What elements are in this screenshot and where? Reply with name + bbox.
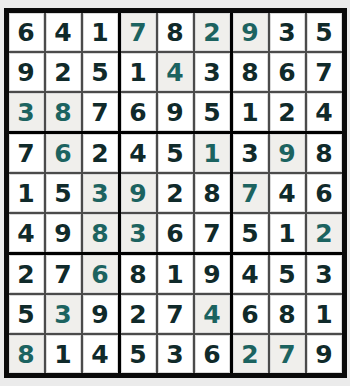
cell-r4c7[interactable]: 3: [233, 134, 268, 172]
cell-r6c9[interactable]: 2: [307, 214, 342, 252]
cell-r6c8[interactable]: 1: [270, 214, 305, 252]
cell-r5c4[interactable]: 9: [121, 174, 156, 212]
page: 6419253877821436959358671247621534984519…: [0, 0, 350, 386]
cell-r1c4[interactable]: 7: [121, 13, 156, 51]
cell-r7c6[interactable]: 9: [195, 255, 230, 293]
cell-r7c2[interactable]: 7: [46, 255, 81, 293]
cell-r3c5[interactable]: 9: [158, 93, 193, 131]
cell-r6c6[interactable]: 7: [195, 214, 230, 252]
cell-r7c7[interactable]: 4: [233, 255, 268, 293]
cell-r9c9[interactable]: 9: [307, 335, 342, 373]
cell-r3c4[interactable]: 6: [121, 93, 156, 131]
cell-r4c4[interactable]: 4: [121, 134, 156, 172]
cell-r9c5[interactable]: 3: [158, 335, 193, 373]
cell-r2c6[interactable]: 3: [195, 53, 230, 91]
cell-r4c5[interactable]: 5: [158, 134, 193, 172]
cell-r2c2[interactable]: 2: [46, 53, 81, 91]
cell-r8c3[interactable]: 9: [83, 295, 118, 333]
box-5: 451928367: [121, 134, 230, 252]
cell-r2c9[interactable]: 7: [307, 53, 342, 91]
cell-r4c3[interactable]: 2: [83, 134, 118, 172]
cell-r7c3[interactable]: 6: [83, 255, 118, 293]
cell-r5c8[interactable]: 4: [270, 174, 305, 212]
cell-r9c6[interactable]: 6: [195, 335, 230, 373]
cell-r3c2[interactable]: 8: [46, 93, 81, 131]
cell-r9c3[interactable]: 4: [83, 335, 118, 373]
cell-r2c3[interactable]: 5: [83, 53, 118, 91]
cell-r5c2[interactable]: 5: [46, 174, 81, 212]
cell-r1c2[interactable]: 4: [46, 13, 81, 51]
cell-r1c7[interactable]: 9: [233, 13, 268, 51]
cell-r7c9[interactable]: 3: [307, 255, 342, 293]
cell-r5c1[interactable]: 1: [9, 174, 44, 212]
cell-r9c7[interactable]: 2: [233, 335, 268, 373]
cell-r1c5[interactable]: 8: [158, 13, 193, 51]
cell-r5c9[interactable]: 6: [307, 174, 342, 212]
cell-r1c9[interactable]: 5: [307, 13, 342, 51]
cell-r2c1[interactable]: 9: [9, 53, 44, 91]
cell-r8c5[interactable]: 7: [158, 295, 193, 333]
box-3: 935867124: [233, 13, 342, 131]
box-9: 453681279: [233, 255, 342, 373]
cell-r1c8[interactable]: 3: [270, 13, 305, 51]
cell-r8c2[interactable]: 3: [46, 295, 81, 333]
cell-r7c8[interactable]: 5: [270, 255, 305, 293]
box-1: 641925387: [9, 13, 118, 131]
box-8: 819274536: [121, 255, 230, 373]
cell-r3c3[interactable]: 7: [83, 93, 118, 131]
cell-r4c6[interactable]: 1: [195, 134, 230, 172]
cell-r6c4[interactable]: 3: [121, 214, 156, 252]
cell-r2c7[interactable]: 8: [233, 53, 268, 91]
cell-r5c3[interactable]: 3: [83, 174, 118, 212]
cell-r5c7[interactable]: 7: [233, 174, 268, 212]
cell-r6c1[interactable]: 4: [9, 214, 44, 252]
sudoku-board: 6419253877821436959358671247621534984519…: [4, 8, 347, 378]
cell-r1c1[interactable]: 6: [9, 13, 44, 51]
cell-r6c2[interactable]: 9: [46, 214, 81, 252]
cell-r4c9[interactable]: 8: [307, 134, 342, 172]
box-4: 762153498: [9, 134, 118, 252]
cell-r3c7[interactable]: 1: [233, 93, 268, 131]
cell-r8c4[interactable]: 2: [121, 295, 156, 333]
cell-r8c6[interactable]: 4: [195, 295, 230, 333]
cell-r2c4[interactable]: 1: [121, 53, 156, 91]
cell-r9c8[interactable]: 7: [270, 335, 305, 373]
cell-r7c5[interactable]: 1: [158, 255, 193, 293]
cell-r6c5[interactable]: 6: [158, 214, 193, 252]
cell-r8c8[interactable]: 8: [270, 295, 305, 333]
cell-r8c7[interactable]: 6: [233, 295, 268, 333]
cell-r7c4[interactable]: 8: [121, 255, 156, 293]
cell-r1c3[interactable]: 1: [83, 13, 118, 51]
cell-r2c5[interactable]: 4: [158, 53, 193, 91]
cell-r3c6[interactable]: 5: [195, 93, 230, 131]
box-7: 276539814: [9, 255, 118, 373]
cell-r1c6[interactable]: 2: [195, 13, 230, 51]
cell-r3c9[interactable]: 4: [307, 93, 342, 131]
cell-r3c1[interactable]: 3: [9, 93, 44, 131]
cell-r5c6[interactable]: 8: [195, 174, 230, 212]
cell-r9c1[interactable]: 8: [9, 335, 44, 373]
cell-r4c2[interactable]: 6: [46, 134, 81, 172]
cell-r8c1[interactable]: 5: [9, 295, 44, 333]
cell-r3c8[interactable]: 2: [270, 93, 305, 131]
box-6: 398746512: [233, 134, 342, 252]
cell-r4c8[interactable]: 9: [270, 134, 305, 172]
cell-r6c7[interactable]: 5: [233, 214, 268, 252]
cell-r9c2[interactable]: 1: [46, 335, 81, 373]
cell-r5c5[interactable]: 2: [158, 174, 193, 212]
box-2: 782143695: [121, 13, 230, 131]
cell-r6c3[interactable]: 8: [83, 214, 118, 252]
cell-r2c8[interactable]: 6: [270, 53, 305, 91]
cell-r4c1[interactable]: 7: [9, 134, 44, 172]
cell-r9c4[interactable]: 5: [121, 335, 156, 373]
cell-r8c9[interactable]: 1: [307, 295, 342, 333]
cell-r7c1[interactable]: 2: [9, 255, 44, 293]
